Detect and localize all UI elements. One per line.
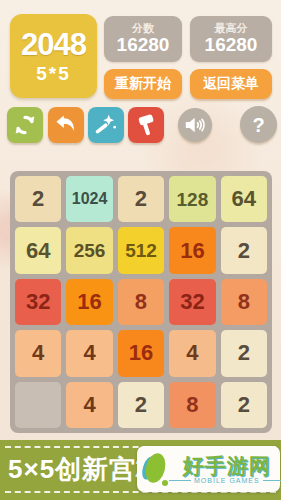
watermark-subtitle: MOBILE GAMES [194,477,260,484]
restart-button[interactable]: 重新开始 [104,69,182,99]
best-score-box: 最高分 16280 [190,16,272,62]
tile-r0c4: 64 [221,176,267,222]
tile-r2c2: 8 [118,279,164,325]
best-score-label: 最高分 [215,22,248,34]
tile-r3c2: 16 [118,330,164,376]
logo-title: 2048 [21,29,86,60]
game-screen: 2048 5*5 分数 16280 最高分 16280 重新开始 返回菜单 [0,0,281,500]
hammer-button[interactable] [128,107,164,143]
refresh-icon [12,112,38,138]
tile-r1c4: 2 [221,227,267,273]
sound-button[interactable] [178,108,212,142]
tile-r0c1: 1024 [66,176,112,222]
tile-r3c4: 2 [221,330,267,376]
game-logo: 2048 5*5 [10,14,97,98]
undo-icon [53,112,79,138]
tile-r4c2: 2 [118,382,164,428]
tile-r4c1: 4 [66,382,112,428]
question-icon: ? [252,115,264,135]
best-score-value: 16280 [205,34,258,57]
score-box: 分数 16280 [104,16,182,62]
tile-r4c3: 8 [169,382,215,428]
back-to-menu-button[interactable]: 返回菜单 [190,69,272,99]
watermark-title: 好手游网 [183,454,271,477]
tile-r1c3: 16 [169,227,215,273]
tile-r2c1: 16 [66,279,112,325]
tile-r1c0: 64 [15,227,61,273]
tile-r3c1: 4 [66,330,112,376]
score-label: 分数 [132,22,154,34]
speaker-icon [182,112,208,138]
refresh-button[interactable] [7,107,43,143]
magic-wand-button[interactable] [88,107,124,143]
board[interactable]: 2102421286464256512162321683284416424282 [10,171,272,433]
watermark-leaf-icon [143,451,169,487]
tile-r3c0: 4 [15,330,61,376]
hammer-icon [133,112,159,138]
watermark-subtitle-row: MOBILE GAMES [169,477,281,484]
tile-r2c3: 32 [169,279,215,325]
tile-r2c0: 32 [15,279,61,325]
undo-button[interactable] [48,107,84,143]
logo-subtitle: 5*5 [36,64,71,83]
tile-r1c1: 256 [66,227,112,273]
score-value: 16280 [117,34,170,57]
tile-r1c2: 512 [118,227,164,273]
tile-r4c4: 2 [221,382,267,428]
tile-r4c0 [15,382,61,428]
tile-r0c0: 2 [15,176,61,222]
tile-r3c3: 4 [169,330,215,376]
tile-r2c4: 8 [221,279,267,325]
magic-wand-icon [93,112,119,138]
tile-r0c2: 2 [118,176,164,222]
watermark: 好手游网 MOBILE GAMES [137,446,280,492]
help-button[interactable]: ? [240,106,277,143]
tile-r0c3: 128 [169,176,215,222]
